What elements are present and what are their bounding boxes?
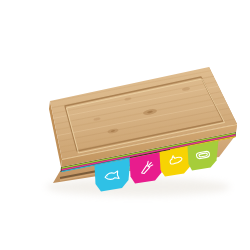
product-photo [0, 0, 250, 250]
cutting-board-illustration [0, 0, 250, 250]
